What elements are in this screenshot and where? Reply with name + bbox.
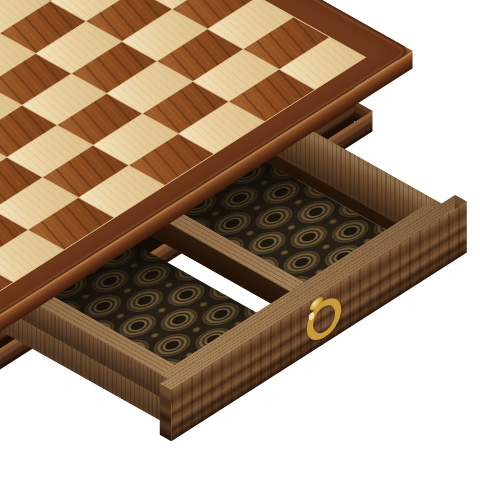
product-photo-scene (0, 0, 480, 480)
drawer-front-left-end (160, 384, 172, 442)
